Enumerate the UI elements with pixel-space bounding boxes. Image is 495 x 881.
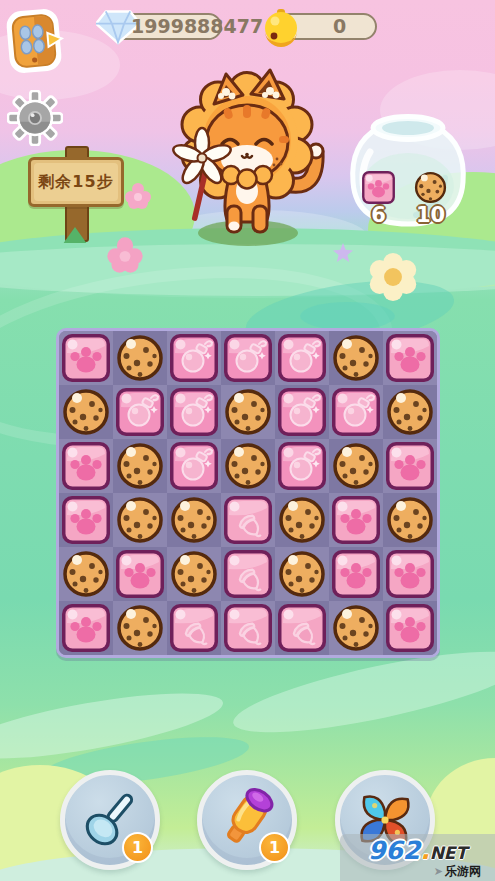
tile-cookie[interactable] xyxy=(329,601,383,655)
yellow-flower xyxy=(368,252,418,298)
tile-paw[interactable] xyxy=(383,547,437,601)
tile-bomb[interactable] xyxy=(329,385,383,439)
tile-bomb[interactable] xyxy=(221,331,275,385)
tile-paw[interactable] xyxy=(329,547,383,601)
tile-paw[interactable] xyxy=(59,493,113,547)
tile-cookie[interactable] xyxy=(113,601,167,655)
tile-cookie[interactable] xyxy=(329,331,383,385)
tile-cookie[interactable] xyxy=(113,493,167,547)
moves-sign-panel: 剩余15步 xyxy=(34,163,118,201)
pink-flower xyxy=(106,236,144,270)
puzzle-board xyxy=(56,328,440,658)
gear-icon xyxy=(7,90,63,146)
tile-bomb[interactable] xyxy=(275,385,329,439)
tile-bomb[interactable] xyxy=(275,439,329,493)
tile-cookie[interactable] xyxy=(167,493,221,547)
tile-bomb[interactable] xyxy=(167,385,221,439)
tile-bomb[interactable] xyxy=(167,331,221,385)
tile-paw[interactable] xyxy=(59,601,113,655)
tile-cookie[interactable] xyxy=(59,547,113,601)
bell-icon xyxy=(260,8,302,48)
bell-count: 0 xyxy=(333,15,346,37)
tile-cookie[interactable] xyxy=(275,493,329,547)
tile-cookie[interactable] xyxy=(221,439,275,493)
tile-paw[interactable] xyxy=(383,439,437,493)
tile-bomb[interactable] xyxy=(275,331,329,385)
hammer-booster-button[interactable]: 1 xyxy=(197,770,297,870)
tile-cookie[interactable] xyxy=(329,439,383,493)
tile-cookie[interactable] xyxy=(167,547,221,601)
exit-door-icon xyxy=(3,7,65,75)
tile-paw[interactable] xyxy=(329,493,383,547)
tile-bomb[interactable] xyxy=(113,385,167,439)
spoon-booster-button[interactable]: 1 xyxy=(60,770,160,870)
tile-acorn[interactable] xyxy=(221,493,275,547)
tile-cookie[interactable] xyxy=(275,547,329,601)
tile-acorn[interactable] xyxy=(221,547,275,601)
tile-bomb[interactable] xyxy=(167,439,221,493)
goal-paw-count: 6 xyxy=(360,203,397,227)
tile-paw[interactable] xyxy=(383,331,437,385)
tile-cookie[interactable] xyxy=(383,493,437,547)
tile-paw[interactable] xyxy=(59,331,113,385)
tile-acorn[interactable] xyxy=(221,601,275,655)
exit-button[interactable] xyxy=(3,7,65,77)
watermark-name: ➤乐游网 xyxy=(434,865,481,877)
moves-sign: 剩余15步 xyxy=(28,157,124,207)
tile-cookie[interactable] xyxy=(59,385,113,439)
game-screen: 1999888477 0 剩余15步 xyxy=(0,0,495,881)
purple-star xyxy=(332,242,354,264)
tile-cookie[interactable] xyxy=(221,385,275,439)
watermark-arrow-icon: ➤ xyxy=(434,865,443,878)
swirl xyxy=(300,302,395,330)
tile-acorn[interactable] xyxy=(167,601,221,655)
spoon-count-badge: 1 xyxy=(122,832,153,863)
hammer-count-badge: 1 xyxy=(259,832,290,863)
tile-acorn[interactable] xyxy=(275,601,329,655)
tile-cookie[interactable] xyxy=(383,385,437,439)
tile-paw[interactable] xyxy=(383,601,437,655)
settings-button[interactable] xyxy=(7,90,63,150)
tile-cookie[interactable] xyxy=(113,331,167,385)
tile-paw[interactable] xyxy=(113,547,167,601)
diamond-count: 1999888477 xyxy=(131,15,263,37)
tile-paw[interactable] xyxy=(59,439,113,493)
tile-cookie[interactable] xyxy=(113,439,167,493)
goal-paw-tile xyxy=(360,169,397,206)
goal-cookie-count: 10 xyxy=(408,203,453,227)
goal-cookie-tile xyxy=(412,169,449,206)
pink-flower-small xyxy=(124,182,152,210)
watermark-site: 962.NET xyxy=(368,838,467,863)
cat-character xyxy=(158,58,336,236)
watermark: 962.NET ➤乐游网 xyxy=(340,834,495,881)
moves-remaining-label: 剩余15步 xyxy=(38,172,113,193)
